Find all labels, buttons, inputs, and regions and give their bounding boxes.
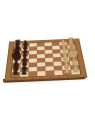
square-h5 (37, 71, 46, 76)
coordinate-label: 7 (21, 78, 28, 80)
board-frame: 87654321 ♜♟♟♜♞♟♟♞♝♟♟♝♛♟♟♛♚♟♟♚♝♟♟♝♞♟♟♞♜♟♟… (4, 38, 87, 81)
board-grid: ♜♟♟♜♞♟♟♞♝♟♟♝♛♟♟♛♚♟♟♚♝♟♟♝♞♟♟♞♜♟♟♜ (11, 41, 80, 77)
coordinate-label: 6 (29, 77, 36, 79)
square-h8: ♜ (11, 72, 20, 77)
chess-set-product-photo: 87654321 ♜♟♟♜♞♟♟♞♝♟♟♝♛♟♟♛♚♟♟♚♝♟♟♝♞♟♟♞♜♟♟… (0, 0, 95, 126)
square-h4 (46, 71, 55, 76)
piece-white-rook-a1: ♜ (67, 36, 75, 44)
chess-board: 87654321 ♜♟♟♜♞♟♟♞♝♟♟♝♛♟♟♛♚♟♟♚♝♟♟♝♞♟♟♞♜♟♟… (4, 38, 87, 81)
coordinate-label: 4 (47, 76, 54, 78)
coordinate-label: 3 (55, 76, 62, 78)
coordinate-label: 5 (38, 77, 45, 79)
coordinate-label: 8 (12, 78, 19, 80)
coordinate-label: 2 (64, 76, 71, 78)
square-d6 (29, 54, 37, 58)
square-h1: ♜ (71, 70, 80, 75)
coordinate-label: 1 (73, 75, 80, 77)
